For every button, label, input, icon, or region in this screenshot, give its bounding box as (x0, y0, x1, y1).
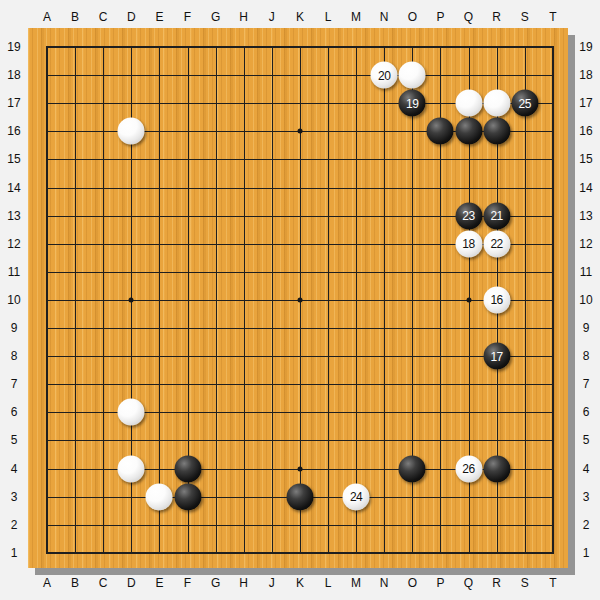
black-stone[interactable]: 25 (511, 90, 538, 117)
column-label-top: P (436, 11, 444, 23)
column-label-top: T (549, 11, 556, 23)
white-stone[interactable]: 26 (455, 455, 482, 482)
column-label-top: D (127, 11, 136, 23)
row-label-right: 1 (583, 547, 590, 559)
column-label-top: S (521, 11, 529, 23)
column-label-bottom: R (492, 577, 501, 589)
row-label-right: 11 (580, 266, 592, 278)
column-label-bottom: H (239, 577, 248, 589)
column-label-top: H (239, 11, 248, 23)
move-number-label: 16 (490, 294, 502, 306)
white-stone[interactable]: 20 (371, 62, 398, 89)
move-number-label: 24 (350, 491, 362, 503)
grid-line-vertical (328, 47, 329, 553)
column-label-top: K (296, 11, 304, 23)
row-label-left: 17 (7, 97, 20, 109)
white-stone[interactable]: 18 (455, 230, 482, 257)
column-label-bottom: Q (464, 577, 473, 589)
row-label-left: 3 (11, 491, 18, 503)
white-stone[interactable] (118, 118, 145, 145)
row-label-right: 14 (579, 182, 592, 194)
move-number-label: 26 (462, 463, 474, 475)
column-label-top: G (211, 11, 220, 23)
move-number-label: 19 (406, 97, 418, 109)
row-label-right: 10 (579, 294, 592, 306)
row-label-right: 18 (579, 69, 592, 81)
row-label-right: 3 (583, 491, 590, 503)
white-stone[interactable] (118, 455, 145, 482)
row-label-left: 7 (11, 378, 18, 390)
column-label-bottom: J (269, 577, 275, 589)
column-label-top: O (408, 11, 417, 23)
black-stone[interactable] (174, 455, 201, 482)
row-label-left: 5 (11, 434, 18, 446)
column-label-bottom: P (436, 577, 444, 589)
black-stone[interactable] (483, 455, 510, 482)
move-number-label: 20 (378, 69, 390, 81)
row-label-right: 7 (583, 378, 590, 390)
column-label-top: F (184, 11, 191, 23)
column-label-top: N (380, 11, 389, 23)
row-label-right: 5 (583, 434, 590, 446)
white-stone[interactable]: 24 (343, 483, 370, 510)
row-label-left: 19 (7, 41, 20, 53)
row-label-left: 9 (11, 322, 18, 334)
column-label-bottom: D (127, 577, 136, 589)
row-label-right: 4 (583, 463, 590, 475)
column-label-bottom: G (211, 577, 220, 589)
row-label-right: 8 (583, 350, 590, 362)
row-label-right: 16 (579, 125, 592, 137)
white-stone[interactable]: 22 (483, 230, 510, 257)
black-stone[interactable] (286, 483, 313, 510)
grid-line-horizontal (47, 356, 553, 357)
row-label-left: 12 (7, 238, 20, 250)
grid-line-vertical (525, 47, 526, 553)
row-label-right: 13 (579, 210, 592, 222)
row-label-left: 2 (11, 519, 18, 531)
column-label-bottom: A (43, 577, 51, 589)
column-label-top: M (351, 11, 361, 23)
black-stone[interactable]: 17 (483, 343, 510, 370)
column-label-top: E (155, 11, 163, 23)
black-stone[interactable] (455, 118, 482, 145)
column-label-bottom: S (521, 577, 529, 589)
grid-line-vertical (384, 47, 385, 553)
row-label-left: 18 (7, 69, 20, 81)
grid-line-horizontal (47, 384, 553, 385)
row-label-left: 11 (8, 266, 20, 278)
move-number-label: 18 (462, 238, 474, 250)
column-label-bottom: T (549, 577, 556, 589)
row-label-right: 17 (579, 97, 592, 109)
grid-line-horizontal (47, 525, 553, 526)
move-number-label: 25 (519, 97, 531, 109)
row-label-left: 13 (7, 210, 20, 222)
go-board[interactable]: 2019252321182216172426 (28, 28, 568, 568)
row-label-left: 8 (11, 350, 18, 362)
row-label-right: 19 (579, 41, 592, 53)
row-label-left: 1 (11, 547, 18, 559)
white-stone[interactable] (146, 483, 173, 510)
white-stone[interactable]: 16 (483, 286, 510, 313)
black-stone[interactable]: 21 (483, 202, 510, 229)
black-stone[interactable] (483, 118, 510, 145)
column-label-top: R (492, 11, 501, 23)
column-label-top: L (325, 11, 332, 23)
column-label-top: B (71, 11, 79, 23)
column-label-bottom: N (380, 577, 389, 589)
column-label-bottom: C (99, 577, 108, 589)
row-label-left: 16 (7, 125, 20, 137)
star-point (466, 297, 471, 302)
column-label-top: C (99, 11, 108, 23)
go-game-page: 2019252321182216172426 AABBCCDDEEFFGGHHJ… (0, 0, 600, 600)
row-label-left: 4 (11, 463, 18, 475)
white-stone[interactable] (455, 90, 482, 117)
row-label-left: 15 (7, 153, 20, 165)
star-point (297, 297, 302, 302)
column-label-bottom: K (296, 577, 304, 589)
black-stone[interactable]: 19 (399, 90, 426, 117)
row-label-right: 2 (583, 519, 590, 531)
move-number-label: 22 (490, 238, 502, 250)
column-label-top: J (269, 11, 275, 23)
row-label-left: 10 (7, 294, 20, 306)
row-label-left: 6 (11, 406, 18, 418)
column-label-top: A (43, 11, 51, 23)
row-label-right: 15 (579, 153, 592, 165)
white-stone[interactable] (118, 399, 145, 426)
column-label-bottom: B (71, 577, 79, 589)
black-stone[interactable] (174, 483, 201, 510)
column-label-bottom: M (351, 577, 361, 589)
column-label-bottom: O (408, 577, 417, 589)
row-label-right: 12 (579, 238, 592, 250)
move-number-label: 21 (490, 210, 502, 222)
grid-line-vertical (356, 47, 357, 553)
row-label-right: 6 (583, 406, 590, 418)
star-point (297, 129, 302, 134)
move-number-label: 17 (490, 350, 502, 362)
column-label-bottom: L (325, 577, 332, 589)
grid-line-horizontal (47, 440, 553, 441)
star-point (297, 466, 302, 471)
row-label-left: 14 (7, 182, 20, 194)
column-label-bottom: E (155, 577, 163, 589)
black-stone[interactable] (427, 118, 454, 145)
grid-line-horizontal (47, 328, 553, 329)
black-stone[interactable]: 23 (455, 202, 482, 229)
column-label-bottom: F (184, 577, 191, 589)
star-point (129, 297, 134, 302)
move-number-label: 23 (462, 210, 474, 222)
row-label-right: 9 (583, 322, 590, 334)
white-stone[interactable] (483, 90, 510, 117)
white-stone[interactable] (399, 62, 426, 89)
column-label-top: Q (464, 11, 473, 23)
black-stone[interactable] (399, 455, 426, 482)
